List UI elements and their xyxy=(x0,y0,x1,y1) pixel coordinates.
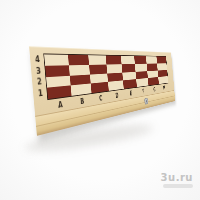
watermark-subline xyxy=(163,184,193,188)
square-b4[interactable] xyxy=(68,55,89,65)
rank-label-4: 4 xyxy=(31,53,43,65)
rank-label-3: 3 xyxy=(32,65,44,77)
rank-label-1: 1 xyxy=(34,87,46,100)
product-photo: 4321 ABCDEFGH 3u.ru xyxy=(0,0,200,200)
square-e4[interactable] xyxy=(121,56,135,64)
watermark: 3u.ru xyxy=(161,173,193,188)
square-d4[interactable] xyxy=(106,56,122,65)
square-a4[interactable] xyxy=(44,54,69,65)
watermark-text: 3u.ru xyxy=(161,173,193,183)
chess-box: 4321 ABCDEFGH xyxy=(29,46,175,136)
square-c4[interactable] xyxy=(88,55,106,64)
latch-clasp-icon[interactable] xyxy=(144,98,148,105)
